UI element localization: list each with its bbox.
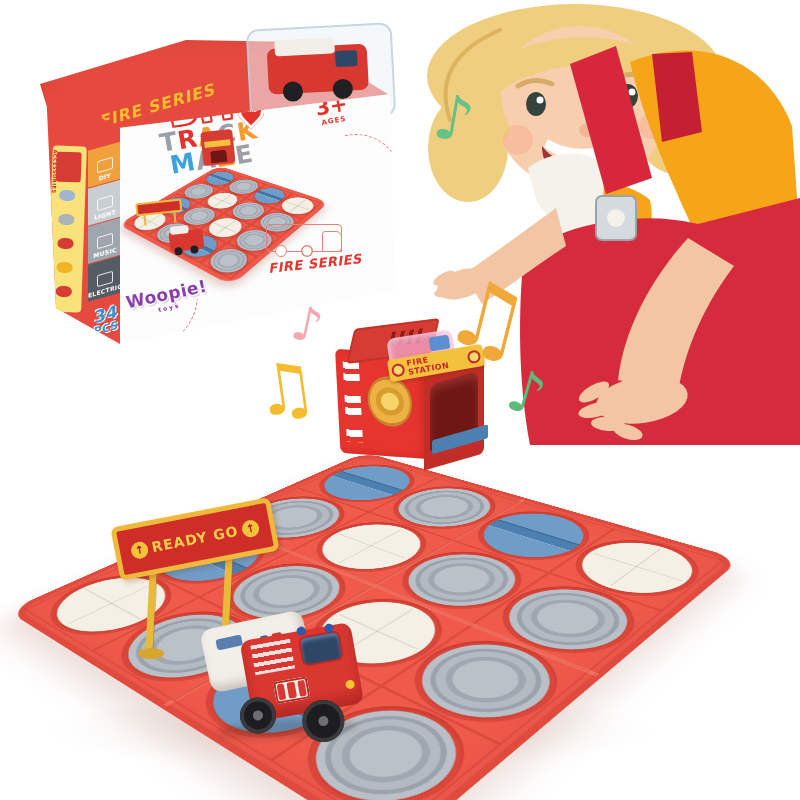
truck-ladder-rack [250,639,295,675]
truck-grill [273,676,310,704]
art-ready-go-sign [135,199,182,217]
fire-dept-emblem-icon [369,377,412,426]
box-front-face: DIY TRACK MAZE FIRE 3+ AGES FIRE SERIES … [110,88,402,350]
truck-outline-sketch [266,224,342,252]
pieces-count-badge: 34 PCS [88,301,124,339]
sign-label: READY GO [150,523,240,556]
art-fire-station [200,129,235,166]
accessory-thumbs [53,147,87,148]
station-garage-floor [432,424,488,454]
accessory-thumb [59,190,75,202]
beacon-light-icon [296,626,306,636]
accessory-thumb [58,214,74,226]
accessory-thumb [56,262,72,274]
accessory-thumb [56,286,72,298]
sign-pole-base [138,648,164,659]
truck-windshield [300,632,342,664]
accessory-thumb [56,152,82,183]
beacon-light-icon [324,623,334,633]
banner-badge-icon [466,349,481,364]
truck-headlight [345,679,355,689]
blister-fire-truck [267,44,369,95]
feature-bands: DIYLIGHTMUSICELECTRIC [88,146,122,298]
station-stripes [343,361,363,442]
arrow-badge-icon: ↑ [129,540,149,560]
toy-fire-truck [196,600,373,754]
art-fire-truck [168,229,204,252]
accessory-thumb [57,238,73,250]
arrow-badge-icon: ↑ [241,518,261,538]
accessories-strip: ACCESSORIES [47,145,87,312]
station-garage-door [430,371,478,451]
product-box: FIRE SERIES DIY TRACK MAZE FIRE 3+ AGES … [0,0,420,370]
sign-banner: ↑ READY GO ↑ [110,497,279,581]
child-eye [526,92,546,116]
